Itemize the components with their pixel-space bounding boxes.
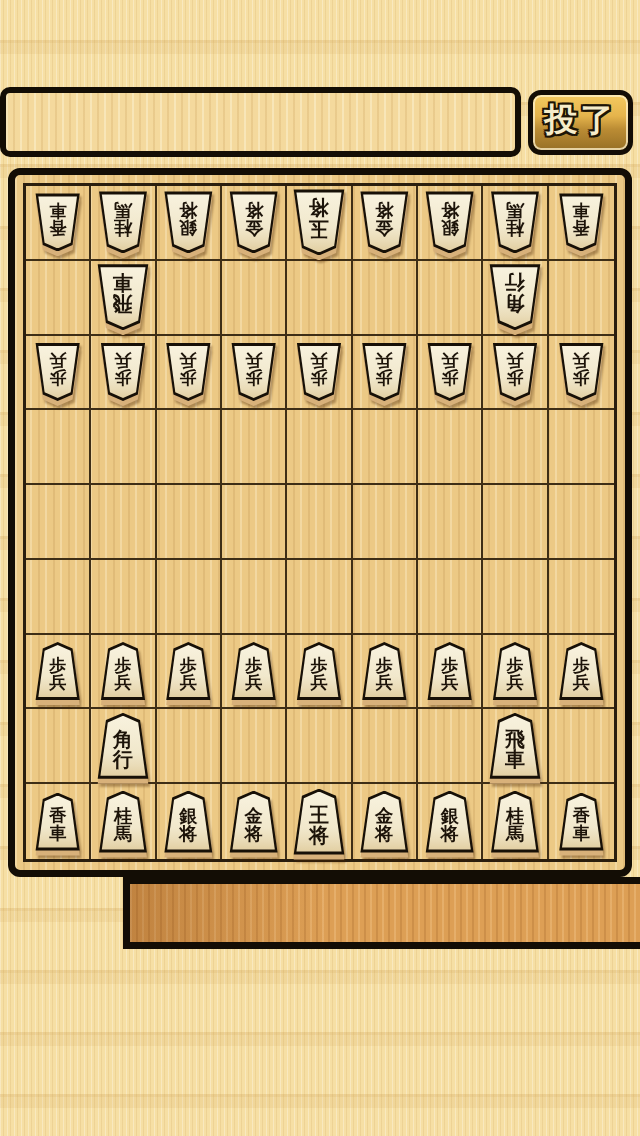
piece-gold-sente[interactable]: 金将 bbox=[358, 791, 410, 853]
square-65[interactable] bbox=[222, 485, 287, 560]
piece-pawn-sente[interactable]: 歩兵 bbox=[557, 642, 605, 700]
piece-gold-gote[interactable]: 金将 bbox=[228, 191, 280, 253]
piece-pawn-sente[interactable]: 歩兵 bbox=[491, 642, 539, 700]
piece-knight-sente[interactable]: 桂馬 bbox=[489, 791, 541, 853]
square-96[interactable] bbox=[26, 560, 91, 635]
square-38[interactable] bbox=[418, 709, 483, 784]
square-53[interactable]: 歩兵 bbox=[287, 336, 352, 411]
square-62[interactable] bbox=[222, 261, 287, 336]
square-67[interactable]: 歩兵 bbox=[222, 635, 287, 710]
piece-pawn-gote[interactable]: 歩兵 bbox=[360, 343, 408, 401]
square-64[interactable] bbox=[222, 410, 287, 485]
square-54[interactable] bbox=[287, 410, 352, 485]
piece-lance-gote[interactable]: 香車 bbox=[34, 193, 82, 251]
square-73[interactable]: 歩兵 bbox=[157, 336, 222, 411]
piece-lance-sente[interactable]: 香車 bbox=[34, 793, 82, 851]
square-52[interactable] bbox=[287, 261, 352, 336]
square-25[interactable] bbox=[483, 485, 548, 560]
piece-pawn-gote[interactable]: 歩兵 bbox=[426, 343, 474, 401]
piece-pawn-gote[interactable]: 歩兵 bbox=[164, 343, 212, 401]
square-16[interactable] bbox=[549, 560, 614, 635]
square-39[interactable]: 銀将 bbox=[418, 784, 483, 859]
board-grid: 香車桂馬銀将金将玉将金将銀将桂馬香車飛車角行歩兵歩兵歩兵歩兵歩兵歩兵歩兵歩兵歩兵… bbox=[23, 183, 617, 862]
piece-bishop-gote[interactable]: 角行 bbox=[487, 264, 542, 330]
square-81[interactable]: 桂馬 bbox=[91, 186, 156, 261]
shogi-app: 投了 香車桂馬銀将金将玉将金将銀将桂馬香車飛車角行歩兵歩兵歩兵歩兵歩兵歩兵歩兵歩… bbox=[0, 0, 640, 1136]
square-11[interactable]: 香車 bbox=[549, 186, 614, 261]
piece-pawn-sente[interactable]: 歩兵 bbox=[99, 642, 147, 700]
square-94[interactable] bbox=[26, 410, 91, 485]
square-12[interactable] bbox=[549, 261, 614, 336]
square-24[interactable] bbox=[483, 410, 548, 485]
square-99[interactable]: 香車 bbox=[26, 784, 91, 859]
piece-silver-sente[interactable]: 銀将 bbox=[424, 791, 476, 853]
square-91[interactable]: 香車 bbox=[26, 186, 91, 261]
shogi-board: 香車桂馬銀将金将玉将金将銀将桂馬香車飛車角行歩兵歩兵歩兵歩兵歩兵歩兵歩兵歩兵歩兵… bbox=[8, 168, 632, 877]
piece-pawn-gote[interactable]: 歩兵 bbox=[295, 343, 343, 401]
square-33[interactable]: 歩兵 bbox=[418, 336, 483, 411]
resign-button[interactable]: 投了 bbox=[528, 90, 633, 155]
square-26[interactable] bbox=[483, 560, 548, 635]
piece-lance-gote[interactable]: 香車 bbox=[557, 193, 605, 251]
square-83[interactable]: 歩兵 bbox=[91, 336, 156, 411]
square-43[interactable]: 歩兵 bbox=[353, 336, 418, 411]
piece-lance-sente[interactable]: 香車 bbox=[557, 793, 605, 851]
square-84[interactable] bbox=[91, 410, 156, 485]
square-41[interactable]: 金将 bbox=[353, 186, 418, 261]
piece-rook-sente[interactable]: 飛車 bbox=[487, 713, 542, 779]
piece-pawn-gote[interactable]: 歩兵 bbox=[491, 343, 539, 401]
square-22[interactable]: 角行 bbox=[483, 261, 548, 336]
square-59[interactable]: 王将 bbox=[287, 784, 352, 859]
square-58[interactable] bbox=[287, 709, 352, 784]
square-51[interactable]: 玉将 bbox=[287, 186, 352, 261]
square-47[interactable]: 歩兵 bbox=[353, 635, 418, 710]
piece-bishop-sente[interactable]: 角行 bbox=[95, 713, 150, 779]
square-31[interactable]: 銀将 bbox=[418, 186, 483, 261]
piece-pawn-sente[interactable]: 歩兵 bbox=[295, 642, 343, 700]
square-82[interactable]: 飛車 bbox=[91, 261, 156, 336]
square-23[interactable]: 歩兵 bbox=[483, 336, 548, 411]
square-89[interactable]: 桂馬 bbox=[91, 784, 156, 859]
square-45[interactable] bbox=[353, 485, 418, 560]
square-61[interactable]: 金将 bbox=[222, 186, 287, 261]
square-63[interactable]: 歩兵 bbox=[222, 336, 287, 411]
piece-pawn-sente[interactable]: 歩兵 bbox=[230, 642, 278, 700]
piece-silver-gote[interactable]: 銀将 bbox=[162, 191, 214, 253]
square-18[interactable] bbox=[549, 709, 614, 784]
square-19[interactable]: 香車 bbox=[549, 784, 614, 859]
square-78[interactable] bbox=[157, 709, 222, 784]
piece-king-sente[interactable]: 王将 bbox=[291, 789, 346, 855]
square-92[interactable] bbox=[26, 261, 91, 336]
piece-rook-gote[interactable]: 飛車 bbox=[95, 264, 150, 330]
square-37[interactable]: 歩兵 bbox=[418, 635, 483, 710]
square-44[interactable] bbox=[353, 410, 418, 485]
piece-pawn-sente[interactable]: 歩兵 bbox=[164, 642, 212, 700]
square-48[interactable] bbox=[353, 709, 418, 784]
piece-pawn-sente[interactable]: 歩兵 bbox=[360, 642, 408, 700]
square-28[interactable]: 飛車 bbox=[483, 709, 548, 784]
square-21[interactable]: 桂馬 bbox=[483, 186, 548, 261]
square-72[interactable] bbox=[157, 261, 222, 336]
square-15[interactable] bbox=[549, 485, 614, 560]
square-85[interactable] bbox=[91, 485, 156, 560]
captured-pieces-tray bbox=[123, 877, 640, 949]
square-13[interactable]: 歩兵 bbox=[549, 336, 614, 411]
piece-pawn-gote[interactable]: 歩兵 bbox=[557, 343, 605, 401]
square-79[interactable]: 銀将 bbox=[157, 784, 222, 859]
square-68[interactable] bbox=[222, 709, 287, 784]
piece-silver-sente[interactable]: 銀将 bbox=[162, 791, 214, 853]
piece-knight-sente[interactable]: 桂馬 bbox=[97, 791, 149, 853]
square-29[interactable]: 桂馬 bbox=[483, 784, 548, 859]
square-88[interactable]: 角行 bbox=[91, 709, 156, 784]
square-66[interactable] bbox=[222, 560, 287, 635]
square-86[interactable] bbox=[91, 560, 156, 635]
square-69[interactable]: 金将 bbox=[222, 784, 287, 859]
square-35[interactable] bbox=[418, 485, 483, 560]
square-46[interactable] bbox=[353, 560, 418, 635]
piece-knight-gote[interactable]: 桂馬 bbox=[97, 191, 149, 253]
square-27[interactable]: 歩兵 bbox=[483, 635, 548, 710]
piece-silver-gote[interactable]: 銀将 bbox=[424, 191, 476, 253]
piece-pawn-gote[interactable]: 歩兵 bbox=[34, 343, 82, 401]
piece-knight-gote[interactable]: 桂馬 bbox=[489, 191, 541, 253]
square-57[interactable]: 歩兵 bbox=[287, 635, 352, 710]
square-95[interactable] bbox=[26, 485, 91, 560]
square-42[interactable] bbox=[353, 261, 418, 336]
square-87[interactable]: 歩兵 bbox=[91, 635, 156, 710]
square-74[interactable] bbox=[157, 410, 222, 485]
square-34[interactable] bbox=[418, 410, 483, 485]
piece-king-gote[interactable]: 玉将 bbox=[291, 189, 346, 255]
square-32[interactable] bbox=[418, 261, 483, 336]
square-75[interactable] bbox=[157, 485, 222, 560]
square-36[interactable] bbox=[418, 560, 483, 635]
square-76[interactable] bbox=[157, 560, 222, 635]
square-71[interactable]: 銀将 bbox=[157, 186, 222, 261]
square-98[interactable] bbox=[26, 709, 91, 784]
piece-gold-gote[interactable]: 金将 bbox=[358, 191, 410, 253]
message-bar bbox=[0, 87, 521, 157]
square-77[interactable]: 歩兵 bbox=[157, 635, 222, 710]
square-17[interactable]: 歩兵 bbox=[549, 635, 614, 710]
square-55[interactable] bbox=[287, 485, 352, 560]
piece-pawn-gote[interactable]: 歩兵 bbox=[99, 343, 147, 401]
square-93[interactable]: 歩兵 bbox=[26, 336, 91, 411]
piece-pawn-sente[interactable]: 歩兵 bbox=[426, 642, 474, 700]
square-97[interactable]: 歩兵 bbox=[26, 635, 91, 710]
square-49[interactable]: 金将 bbox=[353, 784, 418, 859]
square-56[interactable] bbox=[287, 560, 352, 635]
piece-pawn-sente[interactable]: 歩兵 bbox=[34, 642, 82, 700]
piece-pawn-gote[interactable]: 歩兵 bbox=[230, 343, 278, 401]
piece-gold-sente[interactable]: 金将 bbox=[228, 791, 280, 853]
square-14[interactable] bbox=[549, 410, 614, 485]
